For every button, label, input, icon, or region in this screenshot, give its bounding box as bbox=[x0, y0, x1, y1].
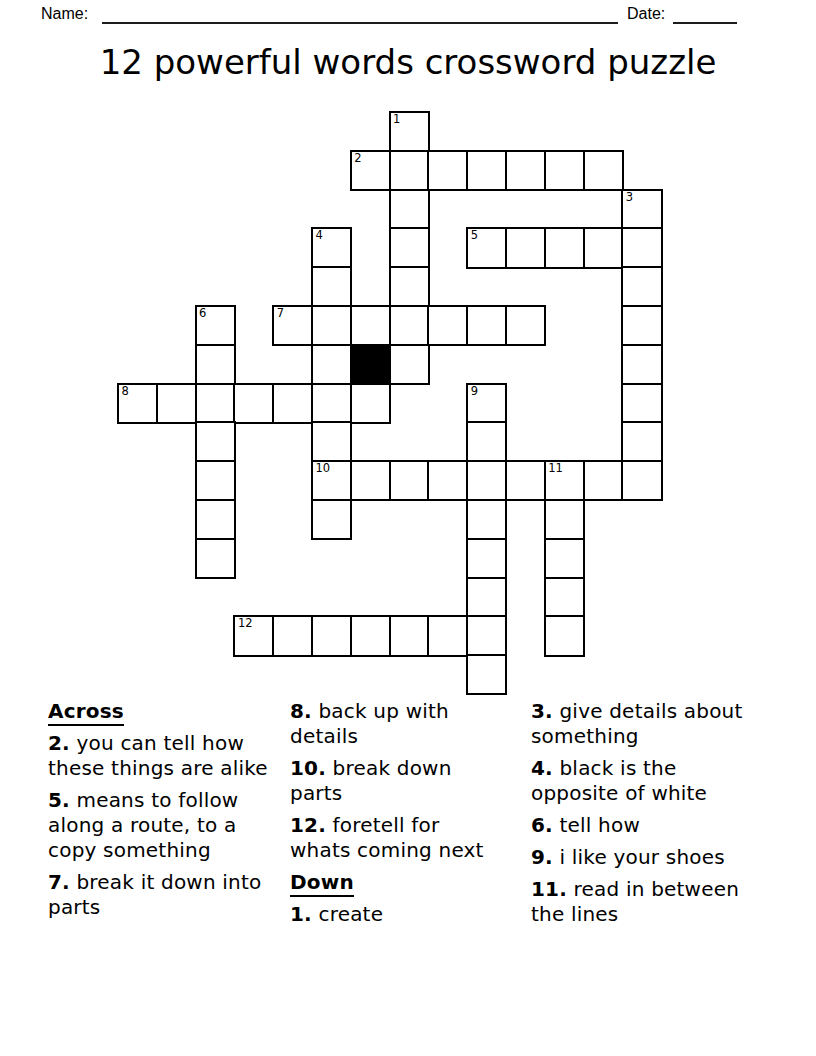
crossword-cell-r14c9[interactable] bbox=[466, 654, 507, 695]
clue-a10: 10. break down parts bbox=[290, 756, 505, 806]
clue-a2-number: 2. bbox=[48, 731, 70, 755]
crossword-cell-r3c7[interactable] bbox=[389, 227, 430, 268]
crossword-cell-r9c7[interactable] bbox=[389, 460, 430, 501]
crossword-cell-r13c8[interactable] bbox=[427, 615, 468, 656]
crossword-cell-r1c11[interactable] bbox=[544, 150, 585, 191]
clue-d4: 4. black is the opposite of white bbox=[531, 756, 746, 806]
crossword-cell-r7c2[interactable] bbox=[195, 383, 236, 424]
clue-number-5: 5 bbox=[471, 229, 478, 242]
crossword-cell-r8c5[interactable] bbox=[311, 421, 352, 462]
crossword-cell-r7c5[interactable] bbox=[311, 383, 352, 424]
name-input-line[interactable] bbox=[102, 1, 618, 24]
crossword-cell-r10c11[interactable] bbox=[544, 499, 585, 540]
crossword-cell-r7c13[interactable] bbox=[621, 383, 662, 424]
clue-d9-number: 9. bbox=[531, 845, 553, 869]
crossword-cell-r3c13[interactable] bbox=[621, 227, 662, 268]
crossword-cell-r1c8[interactable] bbox=[427, 150, 468, 191]
clue-d6: 6. tell how bbox=[531, 813, 746, 838]
crossword-cell-r2c13[interactable]: 3 bbox=[621, 189, 662, 230]
across-header: Across bbox=[48, 699, 286, 724]
crossword-cell-r3c9[interactable]: 5 bbox=[466, 227, 507, 268]
crossword-cell-r5c5[interactable] bbox=[311, 305, 352, 346]
crossword-cell-r6c7[interactable] bbox=[389, 344, 430, 385]
clue-d1-number: 1. bbox=[290, 902, 312, 926]
crossword-cell-r0c7[interactable]: 1 bbox=[389, 111, 430, 152]
crossword-cell-r3c12[interactable] bbox=[583, 227, 624, 268]
clue-a2: 2. you can tell how these things are ali… bbox=[48, 731, 286, 781]
crossword-cell-r8c13[interactable] bbox=[621, 421, 662, 462]
crossword-cell-r9c9[interactable] bbox=[466, 460, 507, 501]
clue-number-11: 11 bbox=[548, 462, 563, 475]
clue-d11: 11. read in between the lines bbox=[531, 877, 746, 927]
clue-d4-number: 4. bbox=[531, 756, 553, 780]
crossword-cell-r3c5[interactable]: 4 bbox=[311, 227, 352, 268]
crossword-cell-r7c4[interactable] bbox=[272, 383, 313, 424]
crossword-cell-r5c2[interactable]: 6 bbox=[195, 305, 236, 346]
crossword-cell-r9c13[interactable] bbox=[621, 460, 662, 501]
crossword-cell-r7c1[interactable] bbox=[156, 383, 197, 424]
clue-a8-number: 8. bbox=[290, 699, 312, 723]
crossword-cell-r12c9[interactable] bbox=[466, 577, 507, 618]
clue-a7: 7. break it down into parts bbox=[48, 870, 286, 920]
crossword-cell-r6c2[interactable] bbox=[195, 344, 236, 385]
crossword-cell-r10c5[interactable] bbox=[311, 499, 352, 540]
clue-d3-number: 3. bbox=[531, 699, 553, 723]
crossword-cell-r2c7[interactable] bbox=[389, 189, 430, 230]
crossword-cell-r9c6[interactable] bbox=[350, 460, 391, 501]
crossword-cell-r5c9[interactable] bbox=[466, 305, 507, 346]
crossword-cell-r1c10[interactable] bbox=[505, 150, 546, 191]
crossword-cell-r5c4[interactable]: 7 bbox=[272, 305, 313, 346]
clue-d3: 3. give details about something bbox=[531, 699, 746, 749]
crossword-cell-r1c6[interactable]: 2 bbox=[350, 150, 391, 191]
clue-number-2: 2 bbox=[354, 152, 361, 165]
crossword-cell-r5c10[interactable] bbox=[505, 305, 546, 346]
crossword-cell-r10c9[interactable] bbox=[466, 499, 507, 540]
crossword-cell-r7c6[interactable] bbox=[350, 383, 391, 424]
crossword-cell-r9c2[interactable] bbox=[195, 460, 236, 501]
crossword-cell-r9c8[interactable] bbox=[427, 460, 468, 501]
crossword-cell-r13c4[interactable] bbox=[272, 615, 313, 656]
crossword-cell-r4c13[interactable] bbox=[621, 266, 662, 307]
date-input-line[interactable] bbox=[673, 1, 737, 24]
crossword-cell-r4c5[interactable] bbox=[311, 266, 352, 307]
crossword-cell-r13c5[interactable] bbox=[311, 615, 352, 656]
across-header-label: Across bbox=[48, 699, 124, 726]
crossword-cell-r7c0[interactable]: 8 bbox=[117, 383, 158, 424]
crossword-cell-r6c5[interactable] bbox=[311, 344, 352, 385]
clue-number-3: 3 bbox=[626, 191, 633, 204]
clue-d9: 9. i like your shoes bbox=[531, 845, 746, 870]
clue-number-12: 12 bbox=[238, 617, 253, 630]
crossword-cell-r6c13[interactable] bbox=[621, 344, 662, 385]
clue-number-1: 1 bbox=[393, 113, 400, 126]
crossword-cell-r8c2[interactable] bbox=[195, 421, 236, 462]
crossword-cell-r7c9[interactable]: 9 bbox=[466, 383, 507, 424]
clue-a5-number: 5. bbox=[48, 788, 70, 812]
crossword-cell-r13c7[interactable] bbox=[389, 615, 430, 656]
clue-number-4: 4 bbox=[315, 229, 322, 242]
clue-number-8: 8 bbox=[122, 385, 129, 398]
crossword-cell-r13c6[interactable] bbox=[350, 615, 391, 656]
black-cell bbox=[350, 344, 391, 385]
crossword-cell-r5c8[interactable] bbox=[427, 305, 468, 346]
clue-number-7: 7 bbox=[277, 307, 284, 320]
clues-column-3: 3. give details about something4. black … bbox=[531, 699, 746, 934]
crossword-cell-r3c11[interactable] bbox=[544, 227, 585, 268]
crossword-cell-r9c12[interactable] bbox=[583, 460, 624, 501]
clues-column-2: 8. back up with details10. break down pa… bbox=[290, 699, 505, 934]
crossword-cell-r13c3[interactable]: 12 bbox=[233, 615, 274, 656]
crossword-cell-r5c7[interactable] bbox=[389, 305, 430, 346]
clue-a10-number: 10. bbox=[290, 756, 326, 780]
clue-a7-number: 7. bbox=[48, 870, 70, 894]
crossword-cell-r9c10[interactable] bbox=[505, 460, 546, 501]
crossword-cell-r1c12[interactable] bbox=[583, 150, 624, 191]
crossword-cell-r13c11[interactable] bbox=[544, 615, 585, 656]
clue-a8: 8. back up with details bbox=[290, 699, 505, 749]
crossword-cell-r5c6[interactable] bbox=[350, 305, 391, 346]
clue-d1: 1. create bbox=[290, 902, 505, 927]
crossword-cell-r9c11[interactable]: 11 bbox=[544, 460, 585, 501]
name-label: Name: bbox=[41, 5, 88, 23]
crossword-cell-r7c3[interactable] bbox=[233, 383, 274, 424]
down-header: Down bbox=[290, 870, 505, 895]
crossword-cell-r9c5[interactable]: 10 bbox=[311, 460, 352, 501]
crossword-cell-r3c10[interactable] bbox=[505, 227, 546, 268]
crossword-cell-r4c7[interactable] bbox=[389, 266, 430, 307]
clue-a12: 12. foretell for whats coming next bbox=[290, 813, 505, 863]
clue-number-9: 9 bbox=[471, 385, 478, 398]
clue-number-10: 10 bbox=[315, 462, 330, 475]
clue-a5: 5. means to follow along a route, to a c… bbox=[48, 788, 286, 863]
page-title: 12 powerful words crossword puzzle bbox=[0, 42, 816, 82]
clue-a12-number: 12. bbox=[290, 813, 326, 837]
date-label: Date: bbox=[627, 5, 665, 23]
clue-number-6: 6 bbox=[199, 307, 206, 320]
crossword-cell-r10c2[interactable] bbox=[195, 499, 236, 540]
crossword-cell-r13c9[interactable] bbox=[466, 615, 507, 656]
clue-d6-number: 6. bbox=[531, 813, 553, 837]
crossword-cell-r1c9[interactable] bbox=[466, 150, 507, 191]
crossword-cell-r11c2[interactable] bbox=[195, 538, 236, 579]
crossword-cell-r1c7[interactable] bbox=[389, 150, 430, 191]
crossword-grid: 123456789101112 bbox=[117, 111, 660, 693]
crossword-cell-r11c11[interactable] bbox=[544, 538, 585, 579]
crossword-cell-r8c9[interactable] bbox=[466, 421, 507, 462]
down-header-label: Down bbox=[290, 870, 354, 897]
crossword-cell-r5c13[interactable] bbox=[621, 305, 662, 346]
clues-column-1: Across2. you can tell how these things a… bbox=[48, 699, 286, 927]
crossword-cell-r12c11[interactable] bbox=[544, 577, 585, 618]
clue-d11-number: 11. bbox=[531, 877, 567, 901]
crossword-cell-r11c9[interactable] bbox=[466, 538, 507, 579]
